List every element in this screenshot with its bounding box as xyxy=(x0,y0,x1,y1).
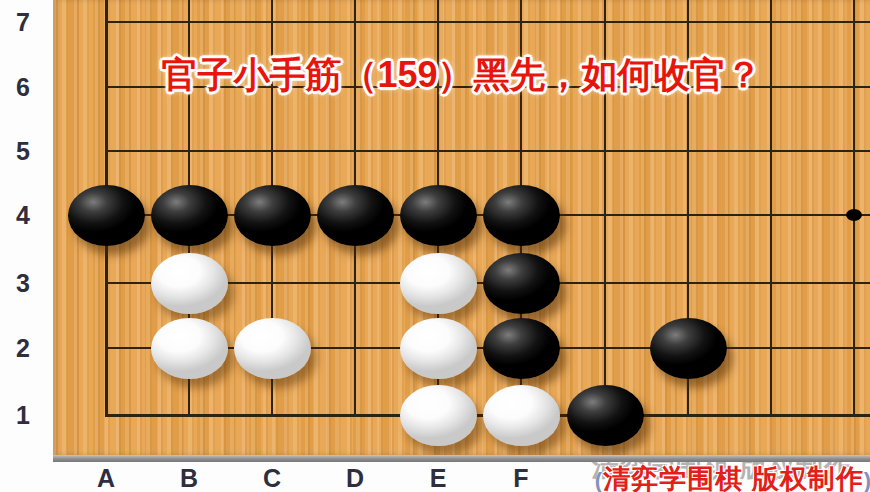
go-problem-screenshot: 清弈学围棋 版权制作 官子小手筋（159）黑先，如何收官？ (清弈学围棋 版权制… xyxy=(0,0,870,492)
white-stone-F1 xyxy=(483,385,560,446)
black-stone-H2 xyxy=(650,318,727,379)
watermark-text: 清弈学围棋 版权制作 xyxy=(603,464,864,492)
grid-horizontal-7 xyxy=(105,21,870,23)
rank-label-5: 5 xyxy=(0,137,46,165)
rank-label-4: 4 xyxy=(0,201,46,229)
grid-horizontal-5 xyxy=(105,150,870,152)
rank-label-3: 3 xyxy=(0,269,46,297)
rank-label-6: 6 xyxy=(0,73,46,101)
white-stone-B3 xyxy=(151,253,228,314)
problem-title: 官子小手筋（159）黑先，如何收官？ xyxy=(53,54,870,96)
black-stone-D4 xyxy=(317,185,394,246)
white-stone-B2 xyxy=(151,318,228,379)
rank-label-1: 1 xyxy=(0,401,46,429)
rank-label-2: 2 xyxy=(0,334,46,362)
black-stone-B4 xyxy=(151,185,228,246)
black-stone-G1 xyxy=(567,385,644,446)
black-stone-F2 xyxy=(483,318,560,379)
watermark-open-paren: ( xyxy=(595,468,603,492)
white-stone-E2 xyxy=(400,318,477,379)
file-label-D: D xyxy=(335,464,375,492)
black-stone-F3 xyxy=(483,253,560,314)
rank-label-7: 7 xyxy=(0,8,46,36)
file-label-F: F xyxy=(501,464,541,492)
watermark: (清弈学围棋 版权制作) xyxy=(595,461,870,492)
black-stone-E4 xyxy=(400,185,477,246)
black-stone-A4 xyxy=(68,185,145,246)
white-stone-E3 xyxy=(400,253,477,314)
star-point-K4 xyxy=(846,209,862,221)
watermark-close-paren: ) xyxy=(864,468,870,492)
file-label-B: B xyxy=(169,464,209,492)
white-stone-C2 xyxy=(234,318,311,379)
black-stone-F4 xyxy=(483,185,560,246)
black-stone-C4 xyxy=(234,185,311,246)
file-label-C: C xyxy=(252,464,292,492)
file-label-A: A xyxy=(86,464,126,492)
file-label-E: E xyxy=(418,464,458,492)
white-stone-E1 xyxy=(400,385,477,446)
